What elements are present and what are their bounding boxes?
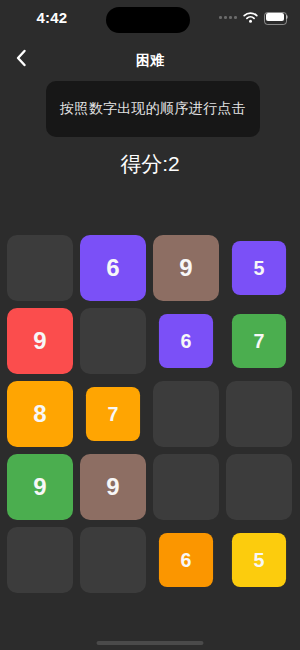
nav-bar: 困难: [0, 44, 300, 78]
status-bar: 4:42: [0, 0, 300, 34]
home-indicator[interactable]: [97, 641, 204, 645]
battery-icon: [264, 12, 288, 24]
grid-cell-empty: [153, 381, 219, 447]
grid-cell-empty: [80, 527, 146, 593]
grid-cell-number[interactable]: 7: [232, 314, 286, 368]
grid-cell-empty: [7, 235, 73, 301]
grid-cell-number[interactable]: 9: [7, 454, 73, 520]
grid-cell-empty: [7, 527, 73, 593]
clock: 4:42: [26, 9, 78, 26]
status-icons: [219, 11, 288, 24]
grid-cell-empty: [80, 308, 146, 374]
grid-cell-number[interactable]: 5: [232, 533, 286, 587]
dynamic-island: [106, 7, 190, 33]
game-grid: 695967879965: [7, 235, 292, 593]
grid-cell-number[interactable]: 6: [159, 533, 213, 587]
instruction-toast: 按照数字出现的顺序进行点击: [46, 81, 260, 137]
grid-cell-number[interactable]: 9: [7, 308, 73, 374]
instruction-text: 按照数字出现的顺序进行点击: [60, 100, 246, 118]
grid-cell-number[interactable]: 6: [159, 314, 213, 368]
grid-cell-number[interactable]: 5: [232, 241, 286, 295]
grid-cell-empty: [226, 381, 292, 447]
cellular-signal-icon: [219, 16, 237, 19]
app-screen: 4:42: [0, 0, 300, 650]
grid-cell-empty: [153, 454, 219, 520]
grid-cell-number[interactable]: 9: [153, 235, 219, 301]
wifi-icon: [242, 9, 259, 27]
score-label: 得分:2: [0, 150, 300, 178]
grid-cell-empty: [226, 454, 292, 520]
grid-cell-number[interactable]: 8: [7, 381, 73, 447]
grid-cell-number[interactable]: 9: [80, 454, 146, 520]
grid-cell-number[interactable]: 6: [80, 235, 146, 301]
grid-cell-number[interactable]: 7: [86, 387, 140, 441]
page-title: 困难: [0, 44, 300, 78]
